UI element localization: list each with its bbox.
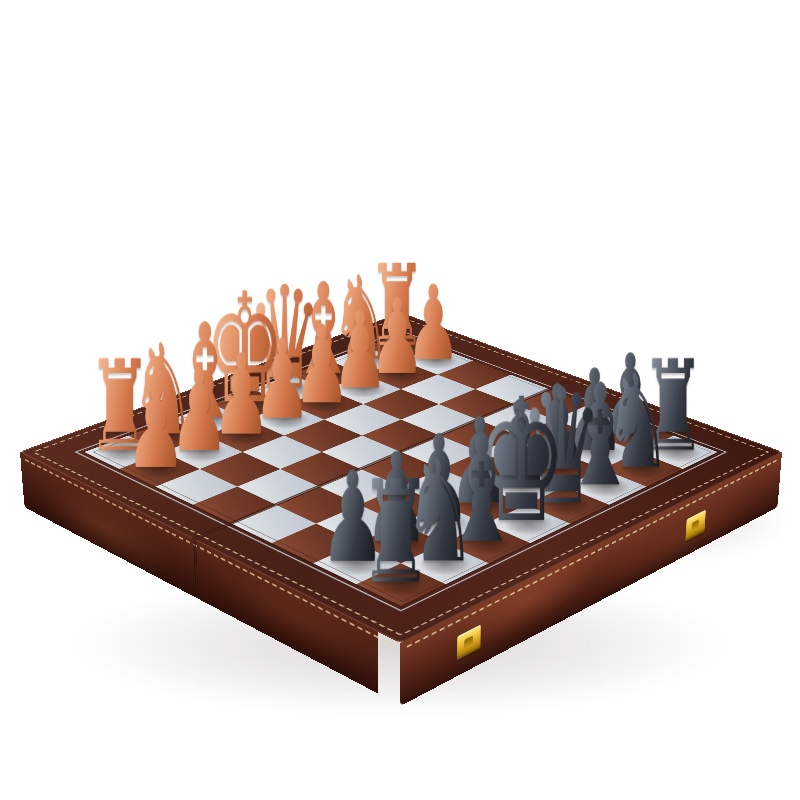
black-rook-glyph: ♜	[346, 462, 447, 590]
product-photo: ♜♞♝♚♛♝♞♜♟♟♟♟♟♟♟♟♟♟♟♟♟♟♟♟♜♞♝♚♛♝♞♜	[0, 0, 800, 800]
white-pawn-glyph: ♟	[115, 370, 197, 474]
pieces-layer: ♜♞♝♚♛♝♞♜♟♟♟♟♟♟♟♟♟♟♟♟♟♟♟♟♜♞♝♚♛♝♞♜	[19, 313, 783, 644]
gold-clasp	[685, 510, 706, 542]
chess-set: ♜♞♝♚♛♝♞♜♟♟♟♟♟♟♟♟♟♟♟♟♟♟♟♟♜♞♝♚♛♝♞♜	[131, 182, 671, 722]
gold-clasp	[457, 624, 481, 660]
chess-board: ♜♞♝♚♛♝♞♜♟♟♟♟♟♟♟♟♟♟♟♟♟♟♟♟♜♞♝♚♛♝♞♜	[19, 313, 783, 644]
